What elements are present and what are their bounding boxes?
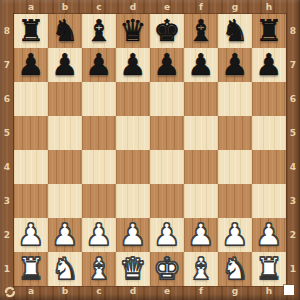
square-d3[interactable] bbox=[116, 184, 150, 218]
square-b4[interactable] bbox=[48, 150, 82, 184]
piece-black-pawn[interactable]: ♟ bbox=[18, 48, 45, 82]
square-c1[interactable]: ♝ bbox=[82, 252, 116, 286]
coordinate-label-b: b bbox=[48, 0, 82, 14]
circular-arrows-glyph bbox=[4, 286, 16, 298]
square-g7[interactable]: ♟ bbox=[218, 48, 252, 82]
piece-white-pawn[interactable]: ♟ bbox=[86, 218, 113, 252]
square-g8[interactable]: ♞ bbox=[218, 14, 252, 48]
piece-white-pawn[interactable]: ♟ bbox=[120, 218, 147, 252]
piece-black-queen[interactable]: ♛ bbox=[120, 14, 147, 48]
square-f7[interactable]: ♟ bbox=[184, 48, 218, 82]
square-g4[interactable] bbox=[218, 150, 252, 184]
coordinate-label-7: 7 bbox=[286, 48, 300, 82]
coordinate-label-3: 3 bbox=[0, 184, 14, 218]
side-to-move-indicator bbox=[284, 285, 294, 295]
square-f4[interactable] bbox=[184, 150, 218, 184]
coordinate-label-5: 5 bbox=[286, 116, 300, 150]
coordinate-label-g: g bbox=[218, 284, 252, 300]
square-a2[interactable]: ♟ bbox=[14, 218, 48, 252]
square-g2[interactable]: ♟ bbox=[218, 218, 252, 252]
square-b6[interactable] bbox=[48, 82, 82, 116]
square-e3[interactable] bbox=[150, 184, 184, 218]
coordinate-label-8: 8 bbox=[0, 14, 14, 48]
coordinate-label-1: 1 bbox=[0, 252, 14, 286]
piece-black-pawn[interactable]: ♟ bbox=[52, 48, 79, 82]
square-f2[interactable]: ♟ bbox=[184, 218, 218, 252]
coordinate-label-g: g bbox=[218, 0, 252, 14]
coordinate-label-c: c bbox=[82, 284, 116, 300]
coordinate-label-1: 1 bbox=[286, 252, 300, 286]
piece-black-pawn[interactable]: ♟ bbox=[222, 48, 249, 82]
rank-labels-right: 87654321 bbox=[286, 14, 300, 286]
square-h7[interactable]: ♟ bbox=[252, 48, 286, 82]
square-b7[interactable]: ♟ bbox=[48, 48, 82, 82]
square-d4[interactable] bbox=[116, 150, 150, 184]
square-e5[interactable] bbox=[150, 116, 184, 150]
rank-labels-left: 87654321 bbox=[0, 14, 14, 286]
coordinate-label-f: f bbox=[184, 0, 218, 14]
piece-white-pawn[interactable]: ♟ bbox=[154, 218, 181, 252]
square-e1[interactable]: ♚ bbox=[150, 252, 184, 286]
square-e7[interactable]: ♟ bbox=[150, 48, 184, 82]
square-c8[interactable]: ♝ bbox=[82, 14, 116, 48]
square-b1[interactable]: ♞ bbox=[48, 252, 82, 286]
square-d8[interactable]: ♛ bbox=[116, 14, 150, 48]
square-c6[interactable] bbox=[82, 82, 116, 116]
piece-white-pawn[interactable]: ♟ bbox=[256, 218, 283, 252]
square-g3[interactable] bbox=[218, 184, 252, 218]
piece-white-pawn[interactable]: ♟ bbox=[52, 218, 79, 252]
file-labels-bottom: abcdefgh bbox=[14, 284, 286, 300]
coordinate-label-f: f bbox=[184, 284, 218, 300]
square-b8[interactable]: ♞ bbox=[48, 14, 82, 48]
square-c3[interactable] bbox=[82, 184, 116, 218]
piece-white-pawn[interactable]: ♟ bbox=[188, 218, 215, 252]
square-g6[interactable] bbox=[218, 82, 252, 116]
chess-board-frame: abcdefgh abcdefgh 87654321 87654321 ♜♞♝♛… bbox=[0, 0, 300, 300]
square-a4[interactable] bbox=[14, 150, 48, 184]
square-a8[interactable]: ♜ bbox=[14, 14, 48, 48]
piece-black-king[interactable]: ♚ bbox=[154, 14, 181, 48]
coordinate-label-4: 4 bbox=[0, 150, 14, 184]
coordinate-label-6: 6 bbox=[286, 82, 300, 116]
piece-black-pawn[interactable]: ♟ bbox=[256, 48, 283, 82]
piece-black-pawn[interactable]: ♟ bbox=[120, 48, 147, 82]
piece-black-bishop[interactable]: ♝ bbox=[86, 14, 113, 48]
square-d1[interactable]: ♛ bbox=[116, 252, 150, 286]
file-labels-top: abcdefgh bbox=[14, 0, 286, 14]
square-c5[interactable] bbox=[82, 116, 116, 150]
coordinate-label-e: e bbox=[150, 284, 184, 300]
piece-black-pawn[interactable]: ♟ bbox=[86, 48, 113, 82]
square-d5[interactable] bbox=[116, 116, 150, 150]
square-a3[interactable] bbox=[14, 184, 48, 218]
square-e6[interactable] bbox=[150, 82, 184, 116]
piece-white-rook[interactable]: ♜ bbox=[256, 252, 283, 286]
square-b2[interactable]: ♟ bbox=[48, 218, 82, 252]
coordinate-label-2: 2 bbox=[0, 218, 14, 252]
square-e8[interactable]: ♚ bbox=[150, 14, 184, 48]
square-a1[interactable]: ♜ bbox=[14, 252, 48, 286]
square-h4[interactable] bbox=[252, 150, 286, 184]
square-a6[interactable] bbox=[14, 82, 48, 116]
coordinate-label-e: e bbox=[150, 0, 184, 14]
piece-white-bishop[interactable]: ♝ bbox=[86, 252, 113, 286]
coordinate-label-8: 8 bbox=[286, 14, 300, 48]
coordinate-label-c: c bbox=[82, 0, 116, 14]
square-b5[interactable] bbox=[48, 116, 82, 150]
piece-black-knight[interactable]: ♞ bbox=[52, 14, 79, 48]
piece-black-rook[interactable]: ♜ bbox=[18, 14, 45, 48]
square-c7[interactable]: ♟ bbox=[82, 48, 116, 82]
square-c4[interactable] bbox=[82, 150, 116, 184]
coordinate-label-h: h bbox=[252, 284, 286, 300]
coordinate-label-4: 4 bbox=[286, 150, 300, 184]
piece-white-knight[interactable]: ♞ bbox=[222, 252, 249, 286]
square-h6[interactable] bbox=[252, 82, 286, 116]
piece-black-knight[interactable]: ♞ bbox=[222, 14, 249, 48]
coordinate-label-7: 7 bbox=[0, 48, 14, 82]
coordinate-label-b: b bbox=[48, 284, 82, 300]
square-h8[interactable]: ♜ bbox=[252, 14, 286, 48]
piece-black-bishop[interactable]: ♝ bbox=[188, 14, 215, 48]
coordinate-label-a: a bbox=[14, 0, 48, 14]
board-grid[interactable]: ♜♞♝♛♚♝♞♜♟♟♟♟♟♟♟♟♟♟♟♟♟♟♟♟♜♞♝♛♚♝♞♜ bbox=[14, 14, 286, 286]
piece-white-queen[interactable]: ♛ bbox=[120, 252, 147, 286]
coordinate-label-a: a bbox=[14, 284, 48, 300]
square-h2[interactable]: ♟ bbox=[252, 218, 286, 252]
piece-white-rook[interactable]: ♜ bbox=[18, 252, 45, 286]
square-g5[interactable] bbox=[218, 116, 252, 150]
square-a5[interactable] bbox=[14, 116, 48, 150]
flip-board-icon[interactable] bbox=[3, 285, 16, 298]
coordinate-label-d: d bbox=[116, 0, 150, 14]
square-f3[interactable] bbox=[184, 184, 218, 218]
square-b3[interactable] bbox=[48, 184, 82, 218]
coordinate-label-2: 2 bbox=[286, 218, 300, 252]
piece-white-pawn[interactable]: ♟ bbox=[18, 218, 45, 252]
coordinate-label-d: d bbox=[116, 284, 150, 300]
coordinate-label-h: h bbox=[252, 0, 286, 14]
square-f1[interactable]: ♝ bbox=[184, 252, 218, 286]
square-f8[interactable]: ♝ bbox=[184, 14, 218, 48]
piece-white-king[interactable]: ♚ bbox=[154, 252, 181, 286]
square-e4[interactable] bbox=[150, 150, 184, 184]
coordinate-label-3: 3 bbox=[286, 184, 300, 218]
square-e2[interactable]: ♟ bbox=[150, 218, 184, 252]
square-d6[interactable] bbox=[116, 82, 150, 116]
square-g1[interactable]: ♞ bbox=[218, 252, 252, 286]
piece-black-rook[interactable]: ♜ bbox=[256, 14, 283, 48]
coordinate-label-5: 5 bbox=[0, 116, 14, 150]
piece-white-pawn[interactable]: ♟ bbox=[222, 218, 249, 252]
square-f6[interactable] bbox=[184, 82, 218, 116]
square-d2[interactable]: ♟ bbox=[116, 218, 150, 252]
piece-white-bishop[interactable]: ♝ bbox=[188, 252, 215, 286]
square-h5[interactable] bbox=[252, 116, 286, 150]
square-c2[interactable]: ♟ bbox=[82, 218, 116, 252]
square-f5[interactable] bbox=[184, 116, 218, 150]
square-h1[interactable]: ♜ bbox=[252, 252, 286, 286]
coordinate-label-6: 6 bbox=[0, 82, 14, 116]
piece-white-knight[interactable]: ♞ bbox=[52, 252, 79, 286]
square-d7[interactable]: ♟ bbox=[116, 48, 150, 82]
piece-black-pawn[interactable]: ♟ bbox=[154, 48, 181, 82]
piece-black-pawn[interactable]: ♟ bbox=[188, 48, 215, 82]
square-a7[interactable]: ♟ bbox=[14, 48, 48, 82]
square-h3[interactable] bbox=[252, 184, 286, 218]
